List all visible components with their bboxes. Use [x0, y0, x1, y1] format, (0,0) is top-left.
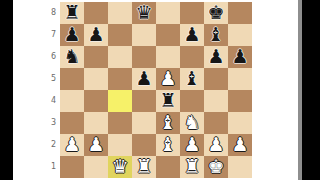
- square-b7[interactable]: ♟: [84, 24, 108, 46]
- white-rook-f1[interactable]: ♜: [180, 156, 204, 178]
- square-d2[interactable]: [132, 134, 156, 156]
- white-pawn-a2[interactable]: ♟: [60, 134, 84, 156]
- square-g7[interactable]: ♝: [204, 24, 228, 46]
- black-bishop-g7[interactable]: ♝: [204, 24, 228, 46]
- square-c5[interactable]: [108, 68, 132, 90]
- square-g5[interactable]: [204, 68, 228, 90]
- black-rook-a8[interactable]: ♜: [60, 2, 84, 24]
- square-d3[interactable]: [132, 112, 156, 134]
- white-knight-f3[interactable]: ♞: [180, 112, 204, 134]
- square-b8[interactable]: [84, 2, 108, 24]
- square-a1[interactable]: [60, 156, 84, 178]
- square-g8[interactable]: ♚: [204, 2, 228, 24]
- black-rook-e4[interactable]: ♜: [156, 90, 180, 112]
- black-knight-a6[interactable]: ♞: [60, 46, 84, 68]
- square-h1[interactable]: [228, 156, 252, 178]
- white-king-g1[interactable]: ♚: [204, 156, 228, 178]
- square-e1[interactable]: [156, 156, 180, 178]
- black-queen-d8[interactable]: ♛: [132, 2, 156, 24]
- rank-label-2: 2: [40, 134, 56, 156]
- black-pawn-f7[interactable]: ♟: [180, 24, 204, 46]
- square-d5[interactable]: ♟: [132, 68, 156, 90]
- black-pawn-h6[interactable]: ♟: [228, 46, 252, 68]
- rank-label-1: 1: [40, 156, 56, 178]
- square-f7[interactable]: ♟: [180, 24, 204, 46]
- square-a6[interactable]: ♞: [60, 46, 84, 68]
- square-c4[interactable]: [108, 90, 132, 112]
- square-h2[interactable]: ♟: [228, 134, 252, 156]
- square-a7[interactable]: ♟: [60, 24, 84, 46]
- rank-label-column: 87654321: [40, 2, 58, 178]
- square-e2[interactable]: ♝: [156, 134, 180, 156]
- square-h8[interactable]: [228, 2, 252, 24]
- square-g4[interactable]: [204, 90, 228, 112]
- square-g1[interactable]: ♚: [204, 156, 228, 178]
- black-pawn-g6[interactable]: ♟: [204, 46, 228, 68]
- square-g3[interactable]: [204, 112, 228, 134]
- black-pawn-a7[interactable]: ♟: [60, 24, 84, 46]
- square-g2[interactable]: ♟: [204, 134, 228, 156]
- square-h6[interactable]: ♟: [228, 46, 252, 68]
- square-b3[interactable]: [84, 112, 108, 134]
- square-b4[interactable]: [84, 90, 108, 112]
- square-e4[interactable]: ♜: [156, 90, 180, 112]
- square-d1[interactable]: ♜: [132, 156, 156, 178]
- square-d6[interactable]: [132, 46, 156, 68]
- square-b5[interactable]: [84, 68, 108, 90]
- square-a3[interactable]: [60, 112, 84, 134]
- square-b2[interactable]: ♟: [84, 134, 108, 156]
- square-d4[interactable]: [132, 90, 156, 112]
- left-pillarbox-bar: [0, 0, 13, 180]
- white-pawn-f2[interactable]: ♟: [180, 134, 204, 156]
- rank-label-6: 6: [40, 46, 56, 68]
- square-g6[interactable]: ♟: [204, 46, 228, 68]
- square-f8[interactable]: [180, 2, 204, 24]
- square-b1[interactable]: [84, 156, 108, 178]
- square-d7[interactable]: [132, 24, 156, 46]
- square-h7[interactable]: [228, 24, 252, 46]
- square-e3[interactable]: ♝: [156, 112, 180, 134]
- square-c3[interactable]: [108, 112, 132, 134]
- white-pawn-h2[interactable]: ♟: [228, 134, 252, 156]
- rank-label-5: 5: [40, 68, 56, 90]
- square-f1[interactable]: ♜: [180, 156, 204, 178]
- right-pillarbox-bar: [302, 0, 320, 180]
- square-c8[interactable]: [108, 2, 132, 24]
- square-h4[interactable]: [228, 90, 252, 112]
- white-pawn-b2[interactable]: ♟: [84, 134, 108, 156]
- square-c7[interactable]: [108, 24, 132, 46]
- square-h5[interactable]: [228, 68, 252, 90]
- square-a5[interactable]: [60, 68, 84, 90]
- rank-label-3: 3: [40, 112, 56, 134]
- black-bishop-f5[interactable]: ♝: [180, 68, 204, 90]
- square-f4[interactable]: [180, 90, 204, 112]
- white-bishop-e3[interactable]: ♝: [156, 112, 180, 134]
- square-f5[interactable]: ♝: [180, 68, 204, 90]
- square-a8[interactable]: ♜: [60, 2, 84, 24]
- square-f3[interactable]: ♞: [180, 112, 204, 134]
- square-a4[interactable]: [60, 90, 84, 112]
- square-e5[interactable]: ♟: [156, 68, 180, 90]
- square-f6[interactable]: [180, 46, 204, 68]
- white-rook-d1[interactable]: ♜: [132, 156, 156, 178]
- square-d8[interactable]: ♛: [132, 2, 156, 24]
- square-f2[interactable]: ♟: [180, 134, 204, 156]
- black-pawn-b7[interactable]: ♟: [84, 24, 108, 46]
- square-e8[interactable]: [156, 2, 180, 24]
- chess-board[interactable]: ♜♛♚♟♟♟♝♞♟♟♟♟♝♜♝♞♟♟♝♟♟♟♛♜♜♚: [60, 2, 252, 178]
- white-pawn-g2[interactable]: ♟: [204, 134, 228, 156]
- white-pawn-e5[interactable]: ♟: [156, 68, 180, 90]
- square-c1[interactable]: ♛: [108, 156, 132, 178]
- rank-label-8: 8: [40, 2, 56, 24]
- square-c2[interactable]: [108, 134, 132, 156]
- square-b6[interactable]: [84, 46, 108, 68]
- white-bishop-e2[interactable]: ♝: [156, 134, 180, 156]
- square-c6[interactable]: [108, 46, 132, 68]
- rank-label-4: 4: [40, 90, 56, 112]
- square-a2[interactable]: ♟: [60, 134, 84, 156]
- black-pawn-d5[interactable]: ♟: [132, 68, 156, 90]
- square-e6[interactable]: [156, 46, 180, 68]
- rank-label-7: 7: [40, 24, 56, 46]
- square-e7[interactable]: [156, 24, 180, 46]
- black-king-g8[interactable]: ♚: [204, 2, 228, 24]
- white-queen-c1[interactable]: ♛: [108, 156, 132, 178]
- square-h3[interactable]: [228, 112, 252, 134]
